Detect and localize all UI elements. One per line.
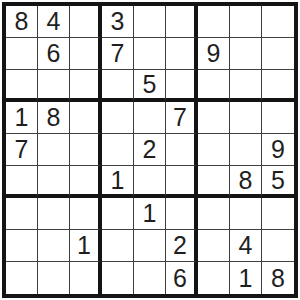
empty-cell-r2c1[interactable] xyxy=(6,38,38,70)
empty-cell-r7c1[interactable] xyxy=(6,198,38,230)
empty-cell-r6c7[interactable] xyxy=(198,166,230,198)
empty-cell-r9c2[interactable] xyxy=(38,262,70,294)
given-cell-r5c5: 2 xyxy=(134,134,166,166)
empty-cell-r9c7[interactable] xyxy=(198,262,230,294)
empty-cell-r2c8[interactable] xyxy=(230,38,262,70)
empty-cell-r6c2[interactable] xyxy=(38,166,70,198)
empty-cell-r7c9[interactable] xyxy=(262,198,294,230)
empty-cell-r3c8[interactable] xyxy=(230,70,262,102)
given-cell-r2c2: 6 xyxy=(38,38,70,70)
empty-cell-r1c3[interactable] xyxy=(70,6,102,38)
empty-cell-r4c7[interactable] xyxy=(198,102,230,134)
empty-cell-r5c2[interactable] xyxy=(38,134,70,166)
empty-cell-r3c6[interactable] xyxy=(166,70,198,102)
empty-cell-r4c5[interactable] xyxy=(134,102,166,134)
empty-cell-r2c6[interactable] xyxy=(166,38,198,70)
empty-cell-r7c3[interactable] xyxy=(70,198,102,230)
given-cell-r9c9: 8 xyxy=(262,262,294,294)
empty-cell-r4c8[interactable] xyxy=(230,102,262,134)
empty-cell-r7c2[interactable] xyxy=(38,198,70,230)
empty-cell-r1c8[interactable] xyxy=(230,6,262,38)
given-cell-r2c4: 7 xyxy=(102,38,134,70)
given-cell-r9c8: 1 xyxy=(230,262,262,294)
empty-cell-r3c9[interactable] xyxy=(262,70,294,102)
empty-cell-r6c3[interactable] xyxy=(70,166,102,198)
given-cell-r2c7: 9 xyxy=(198,38,230,70)
empty-cell-r3c1[interactable] xyxy=(6,70,38,102)
empty-cell-r5c7[interactable] xyxy=(198,134,230,166)
empty-cell-r1c6[interactable] xyxy=(166,6,198,38)
given-cell-r1c2: 4 xyxy=(38,6,70,38)
empty-cell-r2c5[interactable] xyxy=(134,38,166,70)
empty-cell-r5c6[interactable] xyxy=(166,134,198,166)
empty-cell-r9c4[interactable] xyxy=(102,262,134,294)
empty-cell-r3c7[interactable] xyxy=(198,70,230,102)
sudoku-board: 84367951877291851124618 xyxy=(2,2,298,298)
empty-cell-r1c7[interactable] xyxy=(198,6,230,38)
empty-cell-r8c9[interactable] xyxy=(262,230,294,262)
given-cell-r1c1: 8 xyxy=(6,6,38,38)
empty-cell-r9c3[interactable] xyxy=(70,262,102,294)
given-cell-r6c9: 5 xyxy=(262,166,294,198)
given-cell-r7c5: 1 xyxy=(134,198,166,230)
empty-cell-r7c7[interactable] xyxy=(198,198,230,230)
empty-cell-r4c4[interactable] xyxy=(102,102,134,134)
given-cell-r4c1: 1 xyxy=(6,102,38,134)
empty-cell-r3c3[interactable] xyxy=(70,70,102,102)
given-cell-r9c6: 6 xyxy=(166,262,198,294)
empty-cell-r8c4[interactable] xyxy=(102,230,134,262)
empty-cell-r8c1[interactable] xyxy=(6,230,38,262)
empty-cell-r5c4[interactable] xyxy=(102,134,134,166)
empty-cell-r1c9[interactable] xyxy=(262,6,294,38)
empty-cell-r7c6[interactable] xyxy=(166,198,198,230)
empty-cell-r4c9[interactable] xyxy=(262,102,294,134)
given-cell-r3c5: 5 xyxy=(134,70,166,102)
given-cell-r6c4: 1 xyxy=(102,166,134,198)
empty-cell-r1c5[interactable] xyxy=(134,6,166,38)
given-cell-r8c3: 1 xyxy=(70,230,102,262)
empty-cell-r8c7[interactable] xyxy=(198,230,230,262)
empty-cell-r3c2[interactable] xyxy=(38,70,70,102)
given-cell-r5c1: 7 xyxy=(6,134,38,166)
given-cell-r4c2: 8 xyxy=(38,102,70,134)
empty-cell-r6c5[interactable] xyxy=(134,166,166,198)
empty-cell-r7c4[interactable] xyxy=(102,198,134,230)
given-cell-r6c8: 8 xyxy=(230,166,262,198)
given-cell-r5c9: 9 xyxy=(262,134,294,166)
empty-cell-r7c8[interactable] xyxy=(230,198,262,230)
empty-cell-r3c4[interactable] xyxy=(102,70,134,102)
given-cell-r1c4: 3 xyxy=(102,6,134,38)
empty-cell-r8c5[interactable] xyxy=(134,230,166,262)
empty-cell-r8c2[interactable] xyxy=(38,230,70,262)
given-cell-r8c8: 4 xyxy=(230,230,262,262)
given-cell-r8c6: 2 xyxy=(166,230,198,262)
empty-cell-r4c3[interactable] xyxy=(70,102,102,134)
empty-cell-r5c3[interactable] xyxy=(70,134,102,166)
given-cell-r4c6: 7 xyxy=(166,102,198,134)
empty-cell-r9c5[interactable] xyxy=(134,262,166,294)
empty-cell-r9c1[interactable] xyxy=(6,262,38,294)
empty-cell-r2c3[interactable] xyxy=(70,38,102,70)
empty-cell-r2c9[interactable] xyxy=(262,38,294,70)
empty-cell-r6c6[interactable] xyxy=(166,166,198,198)
empty-cell-r6c1[interactable] xyxy=(6,166,38,198)
empty-cell-r5c8[interactable] xyxy=(230,134,262,166)
